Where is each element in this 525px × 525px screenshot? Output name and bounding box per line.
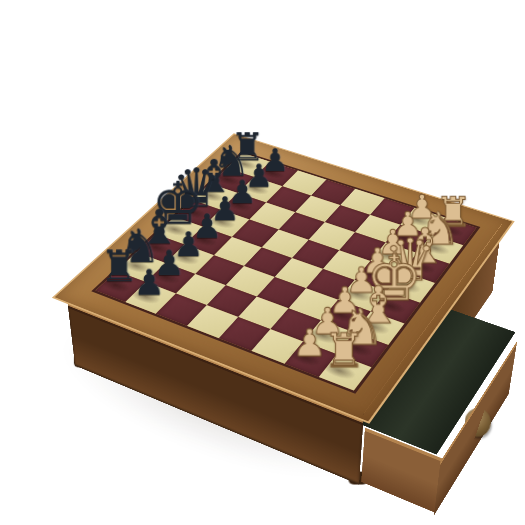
- chess-box: ♜♟♟♜♞♟♟♞♝♟♟♝♛♟♟♛♚♟♟♚♝♟♟♝♞♟♟♞♜♟♟♜: [52, 133, 515, 423]
- square-h1[interactable]: ♜: [319, 354, 371, 390]
- product-photo-stage: ♜♟♟♜♞♟♟♞♝♟♟♝♛♟♟♛♚♟♟♚♝♟♟♝♞♟♟♞♜♟♟♜: [0, 0, 525, 525]
- chess-set-scene: ♜♟♟♜♞♟♟♞♝♟♟♝♛♟♟♛♚♟♟♚♝♟♟♝♞♟♟♞♜♟♟♜: [0, 0, 525, 525]
- piece-white-rook[interactable]: ♜: [294, 327, 394, 374]
- piece-black-pawn[interactable]: ♟: [102, 264, 196, 299]
